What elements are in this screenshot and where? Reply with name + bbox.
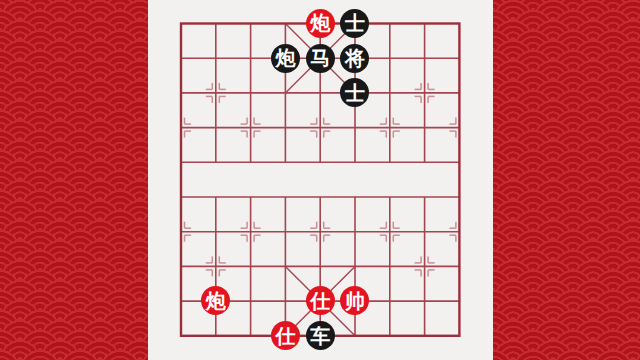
xiangqi-board[interactable]: 炮士炮马将士炮仕帅仕车	[164, 6, 477, 353]
piece-red-advisor[interactable]: 仕	[306, 286, 335, 315]
app-screen: 炮士炮马将士炮仕帅仕车	[0, 0, 640, 360]
piece-black-horse[interactable]: 马	[306, 44, 335, 73]
piece-black-cannon[interactable]: 炮	[271, 44, 300, 73]
piece-red-cannon[interactable]: 炮	[201, 286, 230, 315]
piece-red-cannon[interactable]: 炮	[306, 9, 335, 38]
piece-black-advisor[interactable]: 士	[340, 78, 369, 107]
left-decorative-pattern	[0, 0, 148, 360]
piece-black-chariot[interactable]: 车	[306, 321, 335, 350]
piece-red-general[interactable]: 帅	[340, 286, 369, 315]
piece-black-advisor[interactable]: 士	[340, 9, 369, 38]
piece-red-advisor[interactable]: 仕	[271, 321, 300, 350]
piece-black-general[interactable]: 将	[340, 44, 369, 73]
right-decorative-pattern	[493, 0, 640, 360]
board-panel: 炮士炮马将士炮仕帅仕车	[148, 0, 493, 360]
